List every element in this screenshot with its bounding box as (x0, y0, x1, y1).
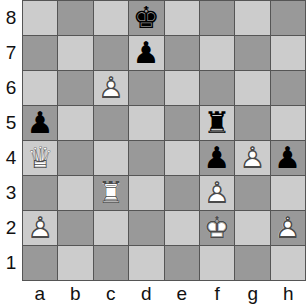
square-g2[interactable] (235, 211, 269, 245)
file-label-h: h (271, 281, 307, 306)
square-d2[interactable] (129, 211, 163, 245)
rank-label-8: 8 (0, 0, 22, 35)
square-d4[interactable] (129, 141, 163, 175)
file-label-b: b (58, 281, 94, 306)
black-pawn-d7: ♟ (133, 38, 160, 68)
black-pawn-f4: ♟ (204, 143, 231, 173)
square-b2[interactable] (58, 211, 92, 245)
square-g3[interactable] (235, 176, 269, 210)
square-d6[interactable] (129, 71, 163, 105)
square-e1[interactable] (165, 246, 199, 280)
square-e6[interactable] (165, 71, 199, 105)
white-pawn-a2: ♟♙ (27, 213, 54, 243)
chessboard-app: 87654321 ♚♟♟♙♟♜♛♕♟♟♙♟♜♖♟♙♟♙♚♔♟♙ abcdefgh (0, 0, 306, 306)
file-label-f: f (200, 281, 236, 306)
square-c1[interactable] (94, 246, 128, 280)
file-label-d: d (129, 281, 165, 306)
white-pawn-g4: ♟♙ (239, 143, 266, 173)
square-a6[interactable] (23, 71, 57, 105)
black-pawn-glyph: ♟ (27, 108, 54, 138)
square-g6[interactable] (235, 71, 269, 105)
file-label-g: g (235, 281, 271, 306)
square-b4[interactable] (58, 141, 92, 175)
file-label-e: e (164, 281, 200, 306)
white-pawn-outline-glyph: ♙ (274, 213, 301, 243)
black-pawn-glyph: ♟ (274, 143, 301, 173)
square-a8[interactable] (23, 1, 57, 35)
square-c2[interactable] (94, 211, 128, 245)
rank-label-2: 2 (0, 211, 22, 246)
square-h6[interactable] (271, 71, 305, 105)
white-pawn-c6: ♟♙ (97, 73, 124, 103)
square-f2[interactable]: ♚♔ (200, 211, 234, 245)
square-c3[interactable]: ♜♖ (94, 176, 128, 210)
square-f3[interactable]: ♟♙ (200, 176, 234, 210)
black-pawn-glyph: ♟ (204, 143, 231, 173)
square-b7[interactable] (58, 36, 92, 70)
square-b5[interactable] (58, 106, 92, 140)
white-king-outline-glyph: ♔ (204, 213, 231, 243)
square-h7[interactable] (271, 36, 305, 70)
square-a7[interactable] (23, 36, 57, 70)
black-pawn-a5: ♟ (27, 108, 54, 138)
square-g1[interactable] (235, 246, 269, 280)
file-labels: abcdefgh (22, 281, 306, 306)
square-c7[interactable] (94, 36, 128, 70)
black-rook-f5: ♜ (204, 108, 231, 138)
white-rook-outline-glyph: ♖ (97, 178, 124, 208)
square-f7[interactable] (200, 36, 234, 70)
square-g7[interactable] (235, 36, 269, 70)
square-c4[interactable] (94, 141, 128, 175)
white-queen-a4: ♛♕ (27, 143, 54, 173)
white-king-f2: ♚♔ (204, 213, 231, 243)
square-f6[interactable] (200, 71, 234, 105)
square-c8[interactable] (94, 1, 128, 35)
square-d7[interactable]: ♟ (129, 36, 163, 70)
square-g4[interactable]: ♟♙ (235, 141, 269, 175)
square-h1[interactable] (271, 246, 305, 280)
square-g5[interactable] (235, 106, 269, 140)
square-e5[interactable] (165, 106, 199, 140)
square-d3[interactable] (129, 176, 163, 210)
square-c6[interactable]: ♟♙ (94, 71, 128, 105)
square-h5[interactable] (271, 106, 305, 140)
file-label-a: a (22, 281, 58, 306)
file-label-c: c (93, 281, 129, 306)
square-f5[interactable]: ♜ (200, 106, 234, 140)
square-f8[interactable] (200, 1, 234, 35)
square-a3[interactable] (23, 176, 57, 210)
black-pawn-h4: ♟ (274, 143, 301, 173)
square-d8[interactable]: ♚ (129, 1, 163, 35)
black-king-glyph: ♚ (133, 3, 160, 33)
board: ♚♟♟♙♟♜♛♕♟♟♙♟♜♖♟♙♟♙♚♔♟♙ (22, 0, 306, 281)
square-e3[interactable] (165, 176, 199, 210)
square-e4[interactable] (165, 141, 199, 175)
square-b3[interactable] (58, 176, 92, 210)
rank-label-4: 4 (0, 141, 22, 176)
square-e2[interactable] (165, 211, 199, 245)
square-h2[interactable]: ♟♙ (271, 211, 305, 245)
square-h3[interactable] (271, 176, 305, 210)
square-d5[interactable] (129, 106, 163, 140)
square-e7[interactable] (165, 36, 199, 70)
square-b1[interactable] (58, 246, 92, 280)
square-b8[interactable] (58, 1, 92, 35)
rank-labels: 87654321 (0, 0, 22, 281)
black-pawn-glyph: ♟ (133, 38, 160, 68)
white-pawn-outline-glyph: ♙ (27, 213, 54, 243)
white-pawn-f3: ♟♙ (204, 178, 231, 208)
rank-label-3: 3 (0, 176, 22, 211)
square-b6[interactable] (58, 71, 92, 105)
white-queen-outline-glyph: ♕ (27, 143, 54, 173)
white-pawn-h2: ♟♙ (274, 213, 301, 243)
white-pawn-outline-glyph: ♙ (97, 73, 124, 103)
rank-label-5: 5 (0, 105, 22, 140)
square-a5[interactable]: ♟ (23, 106, 57, 140)
square-c5[interactable] (94, 106, 128, 140)
square-a1[interactable] (23, 246, 57, 280)
square-h4[interactable]: ♟ (271, 141, 305, 175)
rank-label-6: 6 (0, 70, 22, 105)
black-rook-glyph: ♜ (204, 108, 231, 138)
black-king-d8: ♚ (133, 3, 160, 33)
white-pawn-outline-glyph: ♙ (239, 143, 266, 173)
square-f4[interactable]: ♟ (200, 141, 234, 175)
square-d1[interactable] (129, 246, 163, 280)
square-a4[interactable]: ♛♕ (23, 141, 57, 175)
square-a2[interactable]: ♟♙ (23, 211, 57, 245)
rank-label-1: 1 (0, 246, 22, 281)
square-h8[interactable] (271, 1, 305, 35)
white-rook-c3: ♜♖ (97, 178, 124, 208)
square-e8[interactable] (165, 1, 199, 35)
square-f1[interactable] (200, 246, 234, 280)
white-pawn-outline-glyph: ♙ (204, 178, 231, 208)
square-g8[interactable] (235, 1, 269, 35)
rank-label-7: 7 (0, 35, 22, 70)
